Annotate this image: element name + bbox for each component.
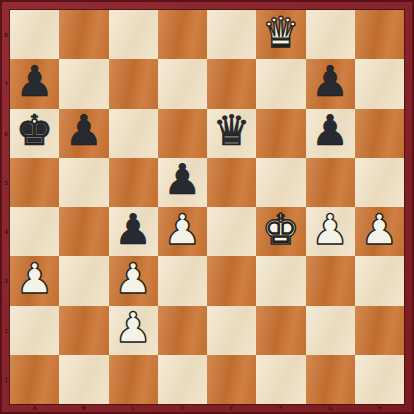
square-b1[interactable] [59,355,108,404]
square-e6[interactable]: ♛ [207,109,256,158]
square-g2[interactable] [306,306,355,355]
square-e7[interactable] [207,59,256,108]
square-g3[interactable] [306,256,355,305]
rank-label-1: 1 [2,355,10,404]
square-f3[interactable] [256,256,305,305]
file-label-d: D [158,402,207,412]
file-label-b: B [59,402,108,412]
piece-white-pawn-g4[interactable]: ♟ [311,209,349,251]
square-h4[interactable]: ♟ [355,207,404,256]
square-c5[interactable] [109,158,158,207]
square-a8[interactable] [10,10,59,59]
rank-label-4: 4 [2,207,10,256]
square-a3[interactable]: ♟ [10,256,59,305]
piece-black-pawn-d5[interactable]: ♟ [164,159,202,201]
square-h5[interactable] [355,158,404,207]
rank-label-6: 6 [2,109,10,158]
square-e8[interactable] [207,10,256,59]
square-f2[interactable] [256,306,305,355]
square-d8[interactable] [158,10,207,59]
square-c3[interactable]: ♟ [109,256,158,305]
square-f7[interactable] [256,59,305,108]
square-d5[interactable]: ♟ [158,158,207,207]
square-d1[interactable] [158,355,207,404]
square-e4[interactable] [207,207,256,256]
square-h3[interactable] [355,256,404,305]
square-g5[interactable] [306,158,355,207]
square-a2[interactable] [10,306,59,355]
square-c7[interactable] [109,59,158,108]
file-label-g: G [306,402,355,412]
piece-white-pawn-c3[interactable]: ♟ [114,258,152,300]
file-label-e: E [207,402,256,412]
square-h2[interactable] [355,306,404,355]
board-frame: ♛♟♟♚♟♛♟♟♟♟♚♟♟♟♟♟ 87654321ABCDEFGH [0,0,414,414]
square-b5[interactable] [59,158,108,207]
rank-label-5: 5 [2,158,10,207]
square-a5[interactable] [10,158,59,207]
square-e3[interactable] [207,256,256,305]
rank-label-7: 7 [2,59,10,108]
file-label-a: A [10,402,59,412]
file-label-f: F [256,402,305,412]
square-f5[interactable] [256,158,305,207]
square-h1[interactable] [355,355,404,404]
square-e5[interactable] [207,158,256,207]
square-f6[interactable] [256,109,305,158]
square-g8[interactable] [306,10,355,59]
square-g6[interactable]: ♟ [306,109,355,158]
square-f4[interactable]: ♚ [256,207,305,256]
square-e1[interactable] [207,355,256,404]
square-b4[interactable] [59,207,108,256]
piece-white-pawn-d4[interactable]: ♟ [164,209,202,251]
piece-black-king-a6[interactable]: ♚ [16,110,54,152]
chess-board: ♛♟♟♚♟♛♟♟♟♟♚♟♟♟♟♟ [10,10,404,404]
rank-label-3: 3 [2,256,10,305]
file-label-c: C [109,402,158,412]
square-h6[interactable] [355,109,404,158]
piece-black-pawn-g6[interactable]: ♟ [311,110,349,152]
square-c8[interactable] [109,10,158,59]
square-d4[interactable]: ♟ [158,207,207,256]
square-g7[interactable]: ♟ [306,59,355,108]
square-b3[interactable] [59,256,108,305]
rank-label-8: 8 [2,10,10,59]
square-c4[interactable]: ♟ [109,207,158,256]
square-b8[interactable] [59,10,108,59]
square-b7[interactable] [59,59,108,108]
square-b6[interactable]: ♟ [59,109,108,158]
square-a1[interactable] [10,355,59,404]
rank-label-2: 2 [2,306,10,355]
square-f8[interactable]: ♛ [256,10,305,59]
square-d7[interactable] [158,59,207,108]
piece-black-pawn-b6[interactable]: ♟ [65,110,103,152]
piece-black-pawn-a7[interactable]: ♟ [16,61,54,103]
square-c2[interactable]: ♟ [109,306,158,355]
square-g1[interactable] [306,355,355,404]
square-h8[interactable] [355,10,404,59]
square-g4[interactable]: ♟ [306,207,355,256]
square-a6[interactable]: ♚ [10,109,59,158]
square-f1[interactable] [256,355,305,404]
square-a7[interactable]: ♟ [10,59,59,108]
piece-black-queen-e6[interactable]: ♛ [213,110,251,152]
piece-black-pawn-c4[interactable]: ♟ [114,209,152,251]
square-d3[interactable] [158,256,207,305]
piece-white-king-f4[interactable]: ♚ [262,209,300,251]
square-c6[interactable] [109,109,158,158]
square-d6[interactable] [158,109,207,158]
square-h7[interactable] [355,59,404,108]
piece-white-pawn-c2[interactable]: ♟ [114,307,152,349]
piece-white-pawn-h4[interactable]: ♟ [361,209,399,251]
square-d2[interactable] [158,306,207,355]
square-b2[interactable] [59,306,108,355]
piece-white-queen-f8[interactable]: ♛ [262,12,300,54]
piece-white-pawn-a3[interactable]: ♟ [16,258,54,300]
square-a4[interactable] [10,207,59,256]
piece-black-pawn-g7[interactable]: ♟ [311,61,349,103]
square-c1[interactable] [109,355,158,404]
square-e2[interactable] [207,306,256,355]
file-label-h: H [355,402,404,412]
